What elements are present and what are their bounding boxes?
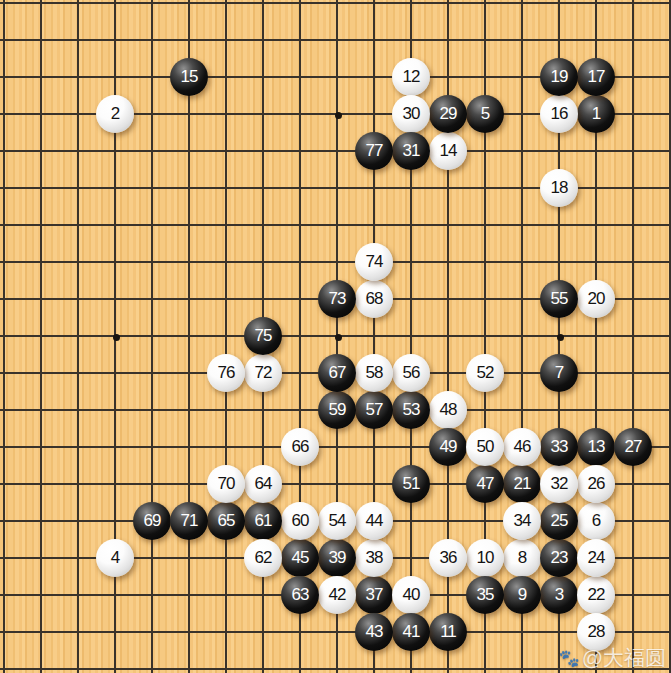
- stone-white-32: 32: [540, 465, 578, 503]
- stone-white-18: 18: [540, 169, 578, 207]
- stone-black-27: 27: [614, 428, 652, 466]
- stone-black-39: 39: [318, 539, 356, 577]
- stone-white-46: 46: [503, 428, 541, 466]
- stone-black-35: 35: [466, 576, 504, 614]
- stone-black-31: 31: [392, 132, 430, 170]
- stone-white-74: 74: [355, 243, 393, 281]
- stone-white-64: 64: [244, 465, 282, 503]
- stone-white-58: 58: [355, 354, 393, 392]
- stone-black-1: 1: [577, 95, 615, 133]
- stone-black-3: 3: [540, 576, 578, 614]
- stone-black-15: 15: [170, 58, 208, 96]
- stone-black-59: 59: [318, 391, 356, 429]
- stone-black-75: 75: [244, 317, 282, 355]
- stone-black-37: 37: [355, 576, 393, 614]
- stone-black-49: 49: [429, 428, 467, 466]
- stone-black-23: 23: [540, 539, 578, 577]
- stone-black-73: 73: [318, 280, 356, 318]
- stone-black-17: 17: [577, 58, 615, 96]
- stone-black-51: 51: [392, 465, 430, 503]
- stone-white-6: 6: [577, 502, 615, 540]
- go-board[interactable]: 1234567891011121314151617181920212223242…: [0, 0, 671, 673]
- stone-white-16: 16: [540, 95, 578, 133]
- stone-white-54: 54: [318, 502, 356, 540]
- stone-white-70: 70: [207, 465, 245, 503]
- stone-black-9: 9: [503, 576, 541, 614]
- stone-black-33: 33: [540, 428, 578, 466]
- stone-white-44: 44: [355, 502, 393, 540]
- stone-white-4: 4: [96, 539, 134, 577]
- stones-layer: 1234567891011121314151617181920212223242…: [0, 0, 671, 673]
- stone-white-36: 36: [429, 539, 467, 577]
- stone-black-69: 69: [133, 502, 171, 540]
- stone-white-12: 12: [392, 58, 430, 96]
- stone-black-41: 41: [392, 613, 430, 651]
- stone-black-65: 65: [207, 502, 245, 540]
- stone-white-42: 42: [318, 576, 356, 614]
- stone-black-7: 7: [540, 354, 578, 392]
- stone-black-19: 19: [540, 58, 578, 96]
- stone-black-5: 5: [466, 95, 504, 133]
- stone-black-57: 57: [355, 391, 393, 429]
- stone-white-62: 62: [244, 539, 282, 577]
- stone-white-8: 8: [503, 539, 541, 577]
- stone-white-76: 76: [207, 354, 245, 392]
- stone-black-45: 45: [281, 539, 319, 577]
- stone-white-66: 66: [281, 428, 319, 466]
- stone-white-68: 68: [355, 280, 393, 318]
- stone-black-71: 71: [170, 502, 208, 540]
- stone-white-56: 56: [392, 354, 430, 392]
- stone-black-29: 29: [429, 95, 467, 133]
- stone-black-67: 67: [318, 354, 356, 392]
- stone-black-43: 43: [355, 613, 393, 651]
- stone-black-21: 21: [503, 465, 541, 503]
- stone-black-77: 77: [355, 132, 393, 170]
- stone-white-14: 14: [429, 132, 467, 170]
- stone-white-48: 48: [429, 391, 467, 429]
- stone-black-61: 61: [244, 502, 282, 540]
- stone-white-28: 28: [577, 613, 615, 651]
- stone-white-34: 34: [503, 502, 541, 540]
- stone-white-30: 30: [392, 95, 430, 133]
- stone-black-63: 63: [281, 576, 319, 614]
- stone-white-24: 24: [577, 539, 615, 577]
- stone-black-47: 47: [466, 465, 504, 503]
- stone-white-52: 52: [466, 354, 504, 392]
- stone-white-22: 22: [577, 576, 615, 614]
- stone-white-10: 10: [466, 539, 504, 577]
- stone-black-13: 13: [577, 428, 615, 466]
- stone-black-11: 11: [429, 613, 467, 651]
- stone-white-26: 26: [577, 465, 615, 503]
- stone-black-53: 53: [392, 391, 430, 429]
- stone-white-60: 60: [281, 502, 319, 540]
- stone-white-20: 20: [577, 280, 615, 318]
- stone-white-50: 50: [466, 428, 504, 466]
- stone-black-55: 55: [540, 280, 578, 318]
- stone-white-40: 40: [392, 576, 430, 614]
- stone-black-25: 25: [540, 502, 578, 540]
- stone-white-2: 2: [96, 95, 134, 133]
- stone-white-38: 38: [355, 539, 393, 577]
- stone-white-72: 72: [244, 354, 282, 392]
